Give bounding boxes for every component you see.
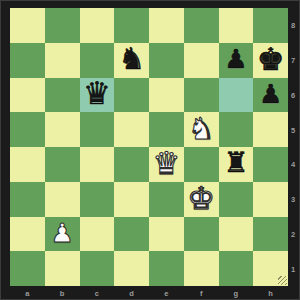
white-pawn[interactable]: ♟ bbox=[50, 220, 73, 246]
square-f3[interactable]: ♚ bbox=[184, 182, 219, 217]
square-d6[interactable] bbox=[114, 78, 149, 113]
rank-label-1: 1 bbox=[291, 264, 295, 273]
square-f6[interactable] bbox=[184, 78, 219, 113]
square-d7[interactable]: ♞ bbox=[114, 43, 149, 78]
square-b2[interactable]: ♟ bbox=[45, 217, 80, 252]
square-c5[interactable] bbox=[80, 112, 115, 147]
file-label-h: h bbox=[268, 289, 273, 298]
white-knight[interactable]: ♞ bbox=[188, 114, 215, 144]
file-label-e: e bbox=[164, 289, 168, 298]
white-king[interactable]: ♚ bbox=[187, 183, 215, 214]
black-pawn[interactable]: ♟ bbox=[259, 81, 282, 107]
black-pawn[interactable]: ♟ bbox=[224, 46, 247, 72]
rank-label-2: 2 bbox=[291, 229, 295, 238]
square-d5[interactable] bbox=[114, 112, 149, 147]
square-b5[interactable] bbox=[45, 112, 80, 147]
board-resize-handle[interactable] bbox=[278, 276, 287, 285]
square-e2[interactable] bbox=[149, 217, 184, 252]
square-f5[interactable]: ♞ bbox=[184, 112, 219, 147]
square-a6[interactable] bbox=[10, 78, 45, 113]
white-queen[interactable]: ♛ bbox=[152, 148, 180, 179]
rank-label-5: 5 bbox=[291, 125, 295, 134]
rank-label-7: 7 bbox=[291, 56, 295, 65]
square-f8[interactable] bbox=[184, 8, 219, 43]
square-a4[interactable] bbox=[10, 147, 45, 182]
square-c3[interactable] bbox=[80, 182, 115, 217]
square-g6[interactable] bbox=[219, 78, 254, 113]
square-e8[interactable] bbox=[149, 8, 184, 43]
square-e6[interactable] bbox=[149, 78, 184, 113]
square-h5[interactable] bbox=[253, 112, 288, 147]
square-h2[interactable] bbox=[253, 217, 288, 252]
square-b1[interactable] bbox=[45, 251, 80, 286]
square-f1[interactable] bbox=[184, 251, 219, 286]
rank-label-3: 3 bbox=[291, 195, 295, 204]
square-h6[interactable]: ♟ bbox=[253, 78, 288, 113]
square-e3[interactable] bbox=[149, 182, 184, 217]
square-d1[interactable] bbox=[114, 251, 149, 286]
square-a8[interactable] bbox=[10, 8, 45, 43]
square-f4[interactable] bbox=[184, 147, 219, 182]
file-label-d: d bbox=[129, 289, 134, 298]
square-a5[interactable] bbox=[10, 112, 45, 147]
square-c4[interactable] bbox=[80, 147, 115, 182]
square-c6[interactable]: ♛ bbox=[80, 78, 115, 113]
square-e1[interactable] bbox=[149, 251, 184, 286]
black-knight[interactable]: ♞ bbox=[118, 44, 145, 74]
square-b6[interactable] bbox=[45, 78, 80, 113]
rank-label-6: 6 bbox=[291, 90, 295, 99]
black-queen[interactable]: ♛ bbox=[83, 78, 111, 109]
square-b3[interactable] bbox=[45, 182, 80, 217]
chess-board-frame: ♞♟♚♛♟♞♛♜♚♟ abcdefgh87654321 bbox=[0, 0, 300, 300]
square-h7[interactable]: ♚ bbox=[253, 43, 288, 78]
square-b7[interactable] bbox=[45, 43, 80, 78]
square-d4[interactable] bbox=[114, 147, 149, 182]
square-g3[interactable] bbox=[219, 182, 254, 217]
square-d2[interactable] bbox=[114, 217, 149, 252]
square-d3[interactable] bbox=[114, 182, 149, 217]
black-rook[interactable]: ♜ bbox=[223, 149, 248, 177]
square-f7[interactable] bbox=[184, 43, 219, 78]
chess-board: ♞♟♚♛♟♞♛♜♚♟ bbox=[10, 8, 288, 286]
square-g7[interactable]: ♟ bbox=[219, 43, 254, 78]
square-h3[interactable] bbox=[253, 182, 288, 217]
square-a2[interactable] bbox=[10, 217, 45, 252]
square-b4[interactable] bbox=[45, 147, 80, 182]
square-g4[interactable]: ♜ bbox=[219, 147, 254, 182]
square-a3[interactable] bbox=[10, 182, 45, 217]
square-e5[interactable] bbox=[149, 112, 184, 147]
square-a7[interactable] bbox=[10, 43, 45, 78]
square-h8[interactable] bbox=[253, 8, 288, 43]
file-label-c: c bbox=[95, 289, 99, 298]
square-d8[interactable] bbox=[114, 8, 149, 43]
square-g8[interactable] bbox=[219, 8, 254, 43]
square-a1[interactable] bbox=[10, 251, 45, 286]
rank-label-4: 4 bbox=[291, 160, 295, 169]
square-g5[interactable] bbox=[219, 112, 254, 147]
square-c1[interactable] bbox=[80, 251, 115, 286]
file-label-g: g bbox=[234, 289, 239, 298]
square-h4[interactable] bbox=[253, 147, 288, 182]
square-g1[interactable] bbox=[219, 251, 254, 286]
rank-label-8: 8 bbox=[291, 21, 295, 30]
square-e7[interactable] bbox=[149, 43, 184, 78]
square-f2[interactable] bbox=[184, 217, 219, 252]
black-king[interactable]: ♚ bbox=[257, 44, 285, 75]
file-label-a: a bbox=[25, 289, 29, 298]
square-c2[interactable] bbox=[80, 217, 115, 252]
square-e4[interactable]: ♛ bbox=[149, 147, 184, 182]
file-label-b: b bbox=[60, 289, 65, 298]
file-label-f: f bbox=[200, 289, 203, 298]
square-b8[interactable] bbox=[45, 8, 80, 43]
square-g2[interactable] bbox=[219, 217, 254, 252]
square-c7[interactable] bbox=[80, 43, 115, 78]
square-c8[interactable] bbox=[80, 8, 115, 43]
